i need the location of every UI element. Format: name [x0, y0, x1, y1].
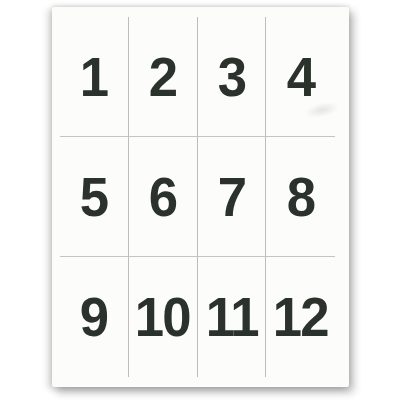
tile-number: 11 — [205, 289, 257, 345]
number-grid: 1 2 3 4 5 6 7 8 9 10 11 12 — [60, 17, 335, 377]
tile-number: 1 — [80, 49, 107, 105]
tile-10: 10 — [129, 257, 198, 377]
tile-number: 5 — [80, 169, 107, 225]
tile-number: 2 — [149, 49, 176, 105]
tile-number: 7 — [218, 169, 245, 225]
tile-7: 7 — [198, 137, 267, 257]
tile-2: 2 — [129, 17, 198, 137]
tile-number: 9 — [80, 289, 107, 345]
card-sheet: 1 2 3 4 5 6 7 8 9 10 11 12 — [52, 7, 349, 387]
tile-9: 9 — [60, 257, 129, 377]
tile-number: 6 — [149, 169, 176, 225]
tile-3: 3 — [198, 17, 267, 137]
tile-number: 10 — [135, 289, 190, 345]
tile-6: 6 — [129, 137, 198, 257]
tile-5: 5 — [60, 137, 129, 257]
tile-1: 1 — [60, 17, 129, 137]
tile-12: 12 — [266, 257, 335, 377]
tile-number: 3 — [218, 49, 245, 105]
tile-4: 4 — [266, 17, 335, 137]
photo-background: 1 2 3 4 5 6 7 8 9 10 11 12 — [0, 0, 400, 400]
tile-number: 8 — [287, 169, 314, 225]
tile-number: 12 — [273, 289, 328, 345]
tile-number: 4 — [287, 49, 314, 105]
tile-8: 8 — [266, 137, 335, 257]
tile-11: 11 — [198, 257, 267, 377]
